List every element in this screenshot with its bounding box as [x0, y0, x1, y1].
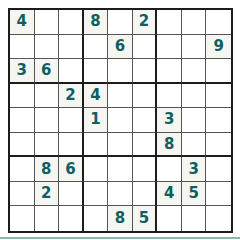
cell-r6c8[interactable] [182, 133, 207, 158]
cell-r1c6[interactable]: 2 [133, 10, 158, 35]
cell-r6c7[interactable]: 8 [157, 133, 182, 158]
cell-r9c5[interactable]: 8 [108, 206, 133, 231]
cell-r4c3[interactable]: 2 [59, 84, 84, 109]
cell-r1c3[interactable] [59, 10, 84, 35]
cell-r2c6[interactable] [133, 35, 158, 60]
cell-r8c1[interactable] [10, 182, 35, 207]
cell-r3c4[interactable] [84, 59, 109, 84]
cell-r8c3[interactable] [59, 182, 84, 207]
bottom-divider [0, 237, 240, 239]
cell-r6c9[interactable] [206, 133, 231, 158]
cell-r7c5[interactable] [108, 157, 133, 182]
cell-r4c5[interactable] [108, 84, 133, 109]
cell-r4c6[interactable] [133, 84, 158, 109]
cell-r9c9[interactable] [206, 206, 231, 231]
cell-r4c4[interactable]: 4 [84, 84, 109, 109]
cell-r7c2[interactable]: 8 [35, 157, 60, 182]
cell-r5c5[interactable] [108, 108, 133, 133]
cell-r4c9[interactable] [206, 84, 231, 109]
cell-r8c8[interactable]: 5 [182, 182, 207, 207]
cell-r7c1[interactable] [10, 157, 35, 182]
cell-r1c2[interactable] [35, 10, 60, 35]
cell-r8c6[interactable] [133, 182, 158, 207]
cell-r9c7[interactable] [157, 206, 182, 231]
cell-r6c5[interactable] [108, 133, 133, 158]
cell-r9c4[interactable] [84, 206, 109, 231]
cell-r4c8[interactable] [182, 84, 207, 109]
cell-r9c6[interactable]: 5 [133, 206, 158, 231]
cell-r3c8[interactable] [182, 59, 207, 84]
cell-r2c4[interactable] [84, 35, 109, 60]
cell-r3c1[interactable]: 3 [10, 59, 35, 84]
cell-r6c6[interactable] [133, 133, 158, 158]
cell-r7c6[interactable] [133, 157, 158, 182]
cell-r8c7[interactable]: 4 [157, 182, 182, 207]
cell-r8c9[interactable] [206, 182, 231, 207]
cell-r6c3[interactable] [59, 133, 84, 158]
cell-r5c3[interactable] [59, 108, 84, 133]
cell-r2c9[interactable]: 9 [206, 35, 231, 60]
sudoku-page: 48269362413886324585 [0, 0, 240, 240]
cell-r2c1[interactable] [10, 35, 35, 60]
cell-r1c5[interactable] [108, 10, 133, 35]
cell-r9c2[interactable] [35, 206, 60, 231]
cell-r4c1[interactable] [10, 84, 35, 109]
cell-r2c7[interactable] [157, 35, 182, 60]
cell-r3c2[interactable]: 6 [35, 59, 60, 84]
cell-r3c9[interactable] [206, 59, 231, 84]
cell-r5c9[interactable] [206, 108, 231, 133]
cell-r7c8[interactable]: 3 [182, 157, 207, 182]
cell-r8c5[interactable] [108, 182, 133, 207]
cell-r3c5[interactable] [108, 59, 133, 84]
cell-r9c1[interactable] [10, 206, 35, 231]
cell-r5c6[interactable] [133, 108, 158, 133]
cell-r5c4[interactable]: 1 [84, 108, 109, 133]
cell-r1c9[interactable] [206, 10, 231, 35]
cell-r5c2[interactable] [35, 108, 60, 133]
cell-r2c2[interactable] [35, 35, 60, 60]
cell-r2c5[interactable]: 6 [108, 35, 133, 60]
cell-r5c7[interactable]: 3 [157, 108, 182, 133]
sudoku-board: 48269362413886324585 [8, 8, 233, 233]
cell-r3c3[interactable] [59, 59, 84, 84]
cell-r6c1[interactable] [10, 133, 35, 158]
cell-r6c4[interactable] [84, 133, 109, 158]
cell-r1c8[interactable] [182, 10, 207, 35]
cell-r2c8[interactable] [182, 35, 207, 60]
cell-r2c3[interactable] [59, 35, 84, 60]
cell-r7c3[interactable]: 6 [59, 157, 84, 182]
cell-r1c4[interactable]: 8 [84, 10, 109, 35]
cell-r3c7[interactable] [157, 59, 182, 84]
cell-r8c4[interactable] [84, 182, 109, 207]
cell-r5c1[interactable] [10, 108, 35, 133]
cell-r4c2[interactable] [35, 84, 60, 109]
cell-r3c6[interactable] [133, 59, 158, 84]
cell-r4c7[interactable] [157, 84, 182, 109]
cell-r7c7[interactable] [157, 157, 182, 182]
cell-r1c7[interactable] [157, 10, 182, 35]
cell-r1c1[interactable]: 4 [10, 10, 35, 35]
cell-r8c2[interactable]: 2 [35, 182, 60, 207]
cell-r7c4[interactable] [84, 157, 109, 182]
cell-r7c9[interactable] [206, 157, 231, 182]
cell-r9c8[interactable] [182, 206, 207, 231]
cell-r9c3[interactable] [59, 206, 84, 231]
cell-r5c8[interactable] [182, 108, 207, 133]
cell-r6c2[interactable] [35, 133, 60, 158]
